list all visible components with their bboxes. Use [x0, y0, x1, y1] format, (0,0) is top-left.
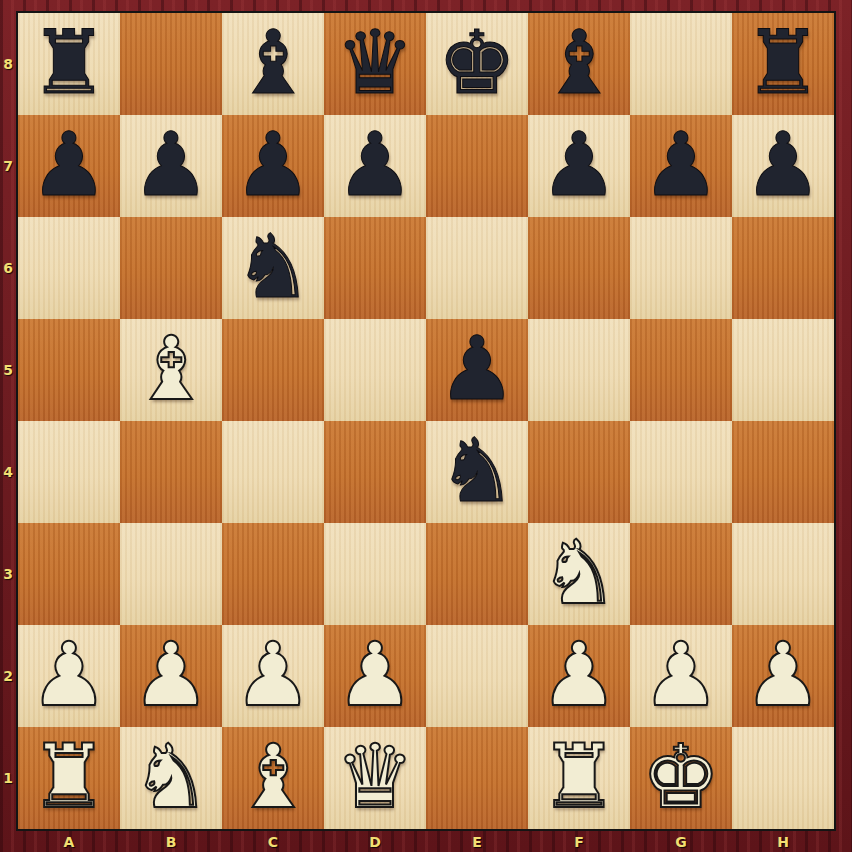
- piece-white-pawn[interactable]: ♟: [324, 625, 426, 727]
- square-f4[interactable]: [528, 421, 630, 523]
- file-labels: ABCDEFGH: [18, 831, 834, 852]
- square-c3[interactable]: [222, 523, 324, 625]
- piece-black-pawn[interactable]: ♟: [528, 115, 630, 217]
- square-d1[interactable]: ♛: [324, 727, 426, 829]
- square-h1[interactable]: [732, 727, 834, 829]
- piece-white-pawn[interactable]: ♟: [630, 625, 732, 727]
- file-label-h: H: [732, 831, 834, 852]
- piece-white-knight[interactable]: ♞: [120, 727, 222, 829]
- square-c4[interactable]: [222, 421, 324, 523]
- square-c5[interactable]: [222, 319, 324, 421]
- piece-white-pawn[interactable]: ♟: [732, 625, 834, 727]
- square-h5[interactable]: [732, 319, 834, 421]
- square-a4[interactable]: [18, 421, 120, 523]
- rank-label-7: 7: [0, 115, 16, 217]
- square-b8[interactable]: [120, 13, 222, 115]
- rank-label-6: 6: [0, 217, 16, 319]
- square-a7[interactable]: ♟: [18, 115, 120, 217]
- square-g8[interactable]: [630, 13, 732, 115]
- square-d7[interactable]: ♟: [324, 115, 426, 217]
- piece-black-bishop[interactable]: ♝: [528, 13, 630, 115]
- piece-white-king[interactable]: ♚: [630, 727, 732, 829]
- rank-label-8: 8: [0, 13, 16, 115]
- file-label-d: D: [324, 831, 426, 852]
- piece-white-rook[interactable]: ♜: [528, 727, 630, 829]
- square-h7[interactable]: ♟: [732, 115, 834, 217]
- piece-white-bishop[interactable]: ♝: [222, 727, 324, 829]
- square-h2[interactable]: ♟: [732, 625, 834, 727]
- piece-black-bishop[interactable]: ♝: [222, 13, 324, 115]
- square-g6[interactable]: [630, 217, 732, 319]
- square-f1[interactable]: ♜: [528, 727, 630, 829]
- piece-white-pawn[interactable]: ♟: [18, 625, 120, 727]
- rank-label-2: 2: [0, 625, 16, 727]
- piece-black-knight[interactable]: ♞: [426, 421, 528, 523]
- square-g3[interactable]: [630, 523, 732, 625]
- square-c6[interactable]: ♞: [222, 217, 324, 319]
- file-label-g: G: [630, 831, 732, 852]
- square-d5[interactable]: [324, 319, 426, 421]
- square-b3[interactable]: [120, 523, 222, 625]
- square-c8[interactable]: ♝: [222, 13, 324, 115]
- piece-white-pawn[interactable]: ♟: [222, 625, 324, 727]
- piece-black-pawn[interactable]: ♟: [732, 115, 834, 217]
- rank-labels: 87654321: [0, 13, 16, 829]
- piece-black-rook[interactable]: ♜: [732, 13, 834, 115]
- square-b1[interactable]: ♞: [120, 727, 222, 829]
- square-f2[interactable]: ♟: [528, 625, 630, 727]
- square-f7[interactable]: ♟: [528, 115, 630, 217]
- chess-board-frame: 87654321 ♜♝♛♚♝♜♟♟♟♟♟♟♟♞♝♟♞♞♟♟♟♟♟♟♟♜♞♝♛♜♚…: [0, 0, 852, 852]
- piece-white-rook[interactable]: ♜: [18, 727, 120, 829]
- square-f5[interactable]: [528, 319, 630, 421]
- rank-label-3: 3: [0, 523, 16, 625]
- rank-label-4: 4: [0, 421, 16, 523]
- piece-black-pawn[interactable]: ♟: [222, 115, 324, 217]
- square-b5[interactable]: ♝: [120, 319, 222, 421]
- square-g5[interactable]: [630, 319, 732, 421]
- square-a5[interactable]: [18, 319, 120, 421]
- square-e4[interactable]: ♞: [426, 421, 528, 523]
- file-label-e: E: [426, 831, 528, 852]
- square-b2[interactable]: ♟: [120, 625, 222, 727]
- square-e3[interactable]: [426, 523, 528, 625]
- square-c2[interactable]: ♟: [222, 625, 324, 727]
- piece-black-knight[interactable]: ♞: [222, 217, 324, 319]
- square-f8[interactable]: ♝: [528, 13, 630, 115]
- square-e5[interactable]: ♟: [426, 319, 528, 421]
- square-b7[interactable]: ♟: [120, 115, 222, 217]
- rank-label-1: 1: [0, 727, 16, 829]
- square-e1[interactable]: [426, 727, 528, 829]
- file-label-f: F: [528, 831, 630, 852]
- square-e7[interactable]: [426, 115, 528, 217]
- piece-white-pawn[interactable]: ♟: [120, 625, 222, 727]
- square-a1[interactable]: ♜: [18, 727, 120, 829]
- square-d4[interactable]: [324, 421, 426, 523]
- square-e8[interactable]: ♚: [426, 13, 528, 115]
- square-d8[interactable]: ♛: [324, 13, 426, 115]
- file-label-a: A: [18, 831, 120, 852]
- piece-black-pawn[interactable]: ♟: [426, 319, 528, 421]
- square-g4[interactable]: [630, 421, 732, 523]
- square-h8[interactable]: ♜: [732, 13, 834, 115]
- square-f3[interactable]: ♞: [528, 523, 630, 625]
- piece-black-king[interactable]: ♚: [426, 13, 528, 115]
- piece-white-knight[interactable]: ♞: [528, 523, 630, 625]
- square-c7[interactable]: ♟: [222, 115, 324, 217]
- piece-black-rook[interactable]: ♜: [18, 13, 120, 115]
- piece-black-queen[interactable]: ♛: [324, 13, 426, 115]
- piece-black-pawn[interactable]: ♟: [630, 115, 732, 217]
- square-g2[interactable]: ♟: [630, 625, 732, 727]
- square-h4[interactable]: [732, 421, 834, 523]
- square-c1[interactable]: ♝: [222, 727, 324, 829]
- square-f6[interactable]: [528, 217, 630, 319]
- square-b6[interactable]: [120, 217, 222, 319]
- square-g1[interactable]: ♚: [630, 727, 732, 829]
- square-d2[interactable]: ♟: [324, 625, 426, 727]
- piece-white-queen[interactable]: ♛: [324, 727, 426, 829]
- piece-black-pawn[interactable]: ♟: [18, 115, 120, 217]
- square-d3[interactable]: [324, 523, 426, 625]
- square-e2[interactable]: [426, 625, 528, 727]
- square-g7[interactable]: ♟: [630, 115, 732, 217]
- piece-white-bishop[interactable]: ♝: [120, 319, 222, 421]
- square-a6[interactable]: [18, 217, 120, 319]
- square-a8[interactable]: ♜: [18, 13, 120, 115]
- file-label-b: B: [120, 831, 222, 852]
- square-e6[interactable]: [426, 217, 528, 319]
- chess-board[interactable]: ♜♝♛♚♝♜♟♟♟♟♟♟♟♞♝♟♞♞♟♟♟♟♟♟♟♜♞♝♛♜♚: [16, 11, 836, 831]
- piece-white-pawn[interactable]: ♟: [528, 625, 630, 727]
- rank-label-5: 5: [0, 319, 16, 421]
- file-label-c: C: [222, 831, 324, 852]
- piece-black-pawn[interactable]: ♟: [120, 115, 222, 217]
- square-d6[interactable]: [324, 217, 426, 319]
- square-b4[interactable]: [120, 421, 222, 523]
- square-h3[interactable]: [732, 523, 834, 625]
- square-a3[interactable]: [18, 523, 120, 625]
- square-h6[interactable]: [732, 217, 834, 319]
- piece-black-pawn[interactable]: ♟: [324, 115, 426, 217]
- square-a2[interactable]: ♟: [18, 625, 120, 727]
